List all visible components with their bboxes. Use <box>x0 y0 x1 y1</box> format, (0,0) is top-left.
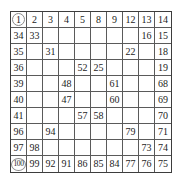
cell-r4-c8[interactable] <box>123 60 139 76</box>
cell-r6-c2[interactable] <box>27 92 43 108</box>
cell-r9-c5[interactable] <box>75 140 91 156</box>
cell-r8-c7[interactable] <box>107 124 123 140</box>
cell-r9-c2: 98 <box>27 140 43 156</box>
cell-r7-c1: 41 <box>11 108 27 124</box>
cell-r1-c10: 14 <box>155 12 171 28</box>
cell-r5-c9[interactable] <box>139 76 155 92</box>
cell-r1-c3: 3 <box>43 12 59 28</box>
cell-r9-c4[interactable] <box>59 140 75 156</box>
cell-r4-c5: 52 <box>75 60 91 76</box>
cell-r6-c4: 47 <box>59 92 75 108</box>
cell-r3-c10: 18 <box>155 44 171 60</box>
cell-r8-c1: 96 <box>11 124 27 140</box>
cell-r5-c10: 68 <box>155 76 171 92</box>
cell-r8-c8: 79 <box>123 124 139 140</box>
cell-r8-c2[interactable] <box>27 124 43 140</box>
cell-r10-c3: 92 <box>43 156 59 172</box>
cell-r7-c5: 57 <box>75 108 91 124</box>
cell-r5-c6[interactable] <box>91 76 107 92</box>
cell-r1-c5: 5 <box>75 12 91 28</box>
cell-r3-c7[interactable] <box>107 44 123 60</box>
circle-mark: 100 <box>11 158 26 171</box>
cell-r3-c3: 31 <box>43 44 59 60</box>
cell-r9-c3[interactable] <box>43 140 59 156</box>
cell-r7-c3[interactable] <box>43 108 59 124</box>
circle-mark: 1 <box>12 13 26 27</box>
cell-r8-c10: 71 <box>155 124 171 140</box>
cell-r3-c4[interactable] <box>59 44 75 60</box>
cell-r4-c3[interactable] <box>43 60 59 76</box>
cell-r9-c8[interactable] <box>123 140 139 156</box>
cell-r9-c7[interactable] <box>107 140 123 156</box>
cell-r4-c9[interactable] <box>139 60 155 76</box>
cell-r4-c7[interactable] <box>107 60 123 76</box>
cell-r7-c6: 58 <box>91 108 107 124</box>
cell-r7-c9[interactable] <box>139 108 155 124</box>
cell-r1-c1: 1 <box>11 12 27 28</box>
cell-r2-c7[interactable] <box>107 28 123 44</box>
cell-r10-c4: 91 <box>59 156 75 172</box>
cell-r4-c10: 19 <box>155 60 171 76</box>
cell-r1-c6: 8 <box>91 12 107 28</box>
cell-r9-c9: 73 <box>139 140 155 156</box>
cell-r2-c6[interactable] <box>91 28 107 44</box>
cell-r5-c7: 61 <box>107 76 123 92</box>
cell-r10-c10: 75 <box>155 156 171 172</box>
cell-r4-c1: 36 <box>11 60 27 76</box>
cell-r7-c8[interactable] <box>123 108 139 124</box>
worksheet-page: 1234589121314343316153531221836522519394… <box>0 0 180 180</box>
cell-r10-c7: 84 <box>107 156 123 172</box>
cell-r9-c6[interactable] <box>91 140 107 156</box>
cell-r7-c4[interactable] <box>59 108 75 124</box>
cell-r5-c4: 48 <box>59 76 75 92</box>
cell-r3-c9[interactable] <box>139 44 155 60</box>
cell-r6-c6[interactable] <box>91 92 107 108</box>
cell-r2-c4[interactable] <box>59 28 75 44</box>
cell-r7-c7[interactable] <box>107 108 123 124</box>
cell-r10-c9: 76 <box>139 156 155 172</box>
cell-r3-c1: 35 <box>11 44 27 60</box>
cell-r5-c8[interactable] <box>123 76 139 92</box>
cell-r5-c2[interactable] <box>27 76 43 92</box>
cell-r2-c1: 34 <box>11 28 27 44</box>
cell-r1-c9: 13 <box>139 12 155 28</box>
cell-r6-c5[interactable] <box>75 92 91 108</box>
cell-r7-c10: 70 <box>155 108 171 124</box>
cell-r1-c8: 12 <box>123 12 139 28</box>
cell-r2-c8[interactable] <box>123 28 139 44</box>
cell-r2-c10: 15 <box>155 28 171 44</box>
cell-r2-c5[interactable] <box>75 28 91 44</box>
cell-r2-c9: 16 <box>139 28 155 44</box>
cell-r2-c3[interactable] <box>43 28 59 44</box>
cell-r10-c1: 100 <box>11 156 27 172</box>
cell-r6-c10: 69 <box>155 92 171 108</box>
cell-r1-c4: 4 <box>59 12 75 28</box>
cell-r5-c5[interactable] <box>75 76 91 92</box>
cell-r6-c1: 40 <box>11 92 27 108</box>
cell-r9-c1: 97 <box>11 140 27 156</box>
cell-r2-c2: 33 <box>27 28 43 44</box>
cell-r6-c9[interactable] <box>139 92 155 108</box>
cell-r8-c3: 94 <box>43 124 59 140</box>
cell-r7-c2[interactable] <box>27 108 43 124</box>
cell-r8-c9[interactable] <box>139 124 155 140</box>
cell-r9-c10: 74 <box>155 140 171 156</box>
cell-r5-c3[interactable] <box>43 76 59 92</box>
cell-r6-c7: 60 <box>107 92 123 108</box>
cell-r6-c3[interactable] <box>43 92 59 108</box>
cell-r4-c2[interactable] <box>27 60 43 76</box>
cell-r10-c2: 99 <box>27 156 43 172</box>
cell-r3-c8: 22 <box>123 44 139 60</box>
cell-r5-c1: 39 <box>11 76 27 92</box>
cell-r4-c6: 25 <box>91 60 107 76</box>
cell-r10-c6: 85 <box>91 156 107 172</box>
cell-r3-c5[interactable] <box>75 44 91 60</box>
cell-r4-c4[interactable] <box>59 60 75 76</box>
cell-r8-c6[interactable] <box>91 124 107 140</box>
cell-r8-c4[interactable] <box>59 124 75 140</box>
cell-r3-c6[interactable] <box>91 44 107 60</box>
cell-r10-c5: 86 <box>75 156 91 172</box>
puzzle-board: 1234589121314343316153531221836522519394… <box>10 11 172 173</box>
cell-r8-c5[interactable] <box>75 124 91 140</box>
cell-r1-c7: 9 <box>107 12 123 28</box>
cell-r10-c8: 77 <box>123 156 139 172</box>
cell-r3-c2[interactable] <box>27 44 43 60</box>
cell-r6-c8[interactable] <box>123 92 139 108</box>
cell-r1-c2: 2 <box>27 12 43 28</box>
